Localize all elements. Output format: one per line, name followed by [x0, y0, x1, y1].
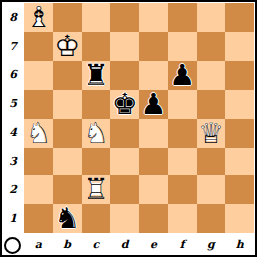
file-label-g: g	[197, 234, 226, 254]
piece-black-knight-b1[interactable]: ♞	[54, 204, 80, 233]
square-d1[interactable]	[110, 204, 139, 233]
rank-label-7: 7	[2, 32, 24, 61]
black-pawn-glyph: ♟	[140, 87, 166, 121]
square-g8[interactable]	[197, 3, 226, 32]
square-b2[interactable]	[53, 175, 82, 204]
rank-label-8: 8	[2, 3, 24, 32]
square-f1[interactable]	[168, 204, 197, 233]
white-to-move-indicator	[4, 237, 21, 254]
square-a7[interactable]	[24, 32, 53, 61]
square-c2[interactable]: ♜♖	[82, 175, 111, 204]
piece-black-rook-c6[interactable]: ♜	[83, 61, 109, 90]
square-f6[interactable]: ♟	[168, 61, 197, 90]
rank-label-4: 4	[2, 118, 24, 147]
square-f3[interactable]	[168, 148, 197, 175]
square-g4[interactable]: ♛♕	[197, 119, 226, 148]
piece-white-knight-a4[interactable]: ♞♘	[25, 119, 51, 148]
square-d6[interactable]	[110, 61, 139, 90]
square-h3[interactable]	[225, 148, 254, 175]
square-f8[interactable]	[168, 3, 197, 32]
square-b1[interactable]: ♞	[53, 204, 82, 233]
square-a8[interactable]: ♝♗	[24, 3, 53, 32]
square-a5[interactable]	[24, 90, 53, 119]
square-g1[interactable]	[197, 204, 226, 233]
square-d3[interactable]	[110, 148, 139, 175]
white-knight-glyph: ♘	[83, 116, 109, 150]
square-d5[interactable]: ♚	[110, 90, 139, 119]
square-c5[interactable]	[82, 90, 111, 119]
rank-label-1: 1	[2, 204, 24, 233]
piece-white-queen-g4[interactable]: ♛♕	[198, 119, 224, 148]
chess-board: ♝♗♚♔♜♟♚♟♞♘♞♘♛♕♜♖♞	[24, 3, 254, 233]
square-e8[interactable]	[139, 3, 168, 32]
white-bishop-glyph: ♗	[25, 0, 51, 34]
file-label-f: f	[168, 234, 197, 254]
file-label-e: e	[139, 234, 168, 254]
square-c3[interactable]	[82, 148, 111, 175]
rank-labels: 87654321	[2, 3, 24, 233]
square-c1[interactable]	[82, 204, 111, 233]
file-label-h: h	[225, 234, 254, 254]
rank-label-5: 5	[2, 89, 24, 118]
chess-diagram: 87654321 ♝♗♚♔♜♟♚♟♞♘♞♘♛♕♜♖♞ abcdefgh	[0, 0, 257, 257]
square-b5[interactable]	[53, 90, 82, 119]
white-queen-glyph: ♕	[198, 116, 224, 150]
piece-white-knight-c4[interactable]: ♞♘	[83, 119, 109, 148]
black-rook-glyph: ♜	[83, 58, 109, 92]
square-f7[interactable]	[168, 32, 197, 61]
square-g2[interactable]	[197, 175, 226, 204]
square-a6[interactable]	[24, 61, 53, 90]
square-h4[interactable]	[225, 119, 254, 148]
piece-white-bishop-a8[interactable]: ♝♗	[25, 3, 51, 32]
piece-white-rook-c2[interactable]: ♜♖	[83, 175, 109, 204]
square-d4[interactable]	[110, 119, 139, 148]
file-label-b: b	[53, 234, 82, 254]
square-b8[interactable]	[53, 3, 82, 32]
square-g7[interactable]	[197, 32, 226, 61]
square-c7[interactable]	[82, 32, 111, 61]
square-c8[interactable]	[82, 3, 111, 32]
square-g6[interactable]	[197, 61, 226, 90]
piece-white-king-b7[interactable]: ♚♔	[54, 32, 80, 61]
file-label-d: d	[110, 234, 139, 254]
square-h7[interactable]	[225, 32, 254, 61]
piece-black-king-d5[interactable]: ♚	[112, 90, 138, 119]
square-e6[interactable]	[139, 61, 168, 90]
black-king-glyph: ♚	[112, 87, 138, 121]
piece-black-pawn-f6[interactable]: ♟	[169, 61, 195, 90]
square-d2[interactable]	[110, 175, 139, 204]
square-h2[interactable]	[225, 175, 254, 204]
square-h1[interactable]	[225, 204, 254, 233]
square-e3[interactable]	[139, 148, 168, 175]
square-h5[interactable]	[225, 90, 254, 119]
square-g3[interactable]	[197, 148, 226, 175]
file-label-a: a	[24, 234, 53, 254]
square-d7[interactable]	[110, 32, 139, 61]
square-e2[interactable]	[139, 175, 168, 204]
square-f5[interactable]	[168, 90, 197, 119]
square-a2[interactable]	[24, 175, 53, 204]
square-g5[interactable]	[197, 90, 226, 119]
square-e5[interactable]: ♟	[139, 90, 168, 119]
black-knight-glyph: ♞	[54, 201, 80, 235]
file-labels: abcdefgh	[24, 234, 254, 254]
piece-black-pawn-e5[interactable]: ♟	[140, 90, 166, 119]
square-a1[interactable]	[24, 204, 53, 233]
rank-label-6: 6	[2, 61, 24, 90]
white-rook-glyph: ♖	[83, 172, 109, 206]
square-a4[interactable]: ♞♘	[24, 119, 53, 148]
white-knight-glyph: ♘	[25, 116, 51, 150]
square-f4[interactable]	[168, 119, 197, 148]
square-h6[interactable]	[225, 61, 254, 90]
black-pawn-glyph: ♟	[169, 58, 195, 92]
square-d8[interactable]	[110, 3, 139, 32]
square-c6[interactable]: ♜	[82, 61, 111, 90]
rank-label-2: 2	[2, 176, 24, 205]
square-e4[interactable]	[139, 119, 168, 148]
rank-label-3: 3	[2, 147, 24, 176]
square-b4[interactable]	[53, 119, 82, 148]
square-e7[interactable]	[139, 32, 168, 61]
square-e1[interactable]	[139, 204, 168, 233]
square-c4[interactable]: ♞♘	[82, 119, 111, 148]
square-f2[interactable]	[168, 175, 197, 204]
square-h8[interactable]	[225, 3, 254, 32]
square-b3[interactable]	[53, 148, 82, 175]
file-label-c: c	[82, 234, 111, 254]
square-a3[interactable]	[24, 148, 53, 175]
square-b6[interactable]	[53, 61, 82, 90]
white-king-glyph: ♔	[54, 29, 80, 63]
square-b7[interactable]: ♚♔	[53, 32, 82, 61]
